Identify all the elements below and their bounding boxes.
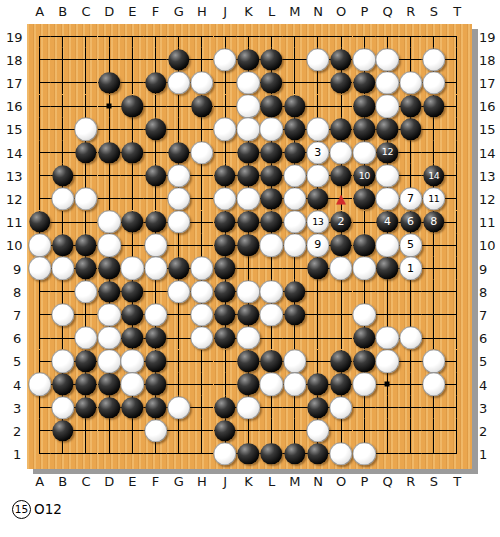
- board-cell[interactable]: [353, 396, 376, 419]
- board-cell[interactable]: [98, 442, 121, 465]
- board-cell[interactable]: [237, 234, 260, 257]
- board-cell[interactable]: [376, 48, 399, 71]
- board-cell[interactable]: ▲: [329, 187, 352, 210]
- board-cell[interactable]: [260, 280, 283, 303]
- board-cell[interactable]: [353, 280, 376, 303]
- board-cell[interactable]: [399, 118, 422, 141]
- board-cell[interactable]: [237, 396, 260, 419]
- board-cell[interactable]: [74, 211, 97, 234]
- board-cell[interactable]: [306, 95, 329, 118]
- board-cell[interactable]: [422, 118, 445, 141]
- board-cell[interactable]: [28, 396, 51, 419]
- board-cell[interactable]: [28, 71, 51, 94]
- board-cell[interactable]: [51, 419, 74, 442]
- board-cell[interactable]: [283, 71, 306, 94]
- board-cell[interactable]: [214, 71, 237, 94]
- board-cell[interactable]: [445, 141, 468, 164]
- board-cell[interactable]: [376, 257, 399, 280]
- board-cell[interactable]: [353, 211, 376, 234]
- board-cell[interactable]: [144, 303, 167, 326]
- board-cell[interactable]: [98, 95, 121, 118]
- board-cell[interactable]: [214, 396, 237, 419]
- board-cell[interactable]: [144, 25, 167, 48]
- board-cell[interactable]: [237, 141, 260, 164]
- board-cell[interactable]: [237, 419, 260, 442]
- board-cell[interactable]: [121, 373, 144, 396]
- board-cell[interactable]: [51, 118, 74, 141]
- board-cell[interactable]: [283, 141, 306, 164]
- board-cell[interactable]: [306, 326, 329, 349]
- board-cell[interactable]: [74, 141, 97, 164]
- board-cell[interactable]: [283, 25, 306, 48]
- board-cell[interactable]: [237, 280, 260, 303]
- board-cell[interactable]: [283, 350, 306, 373]
- board-cell[interactable]: 8: [422, 211, 445, 234]
- board-cell[interactable]: [306, 373, 329, 396]
- board-cell[interactable]: [353, 419, 376, 442]
- board-cell[interactable]: [283, 118, 306, 141]
- board-cell[interactable]: [422, 25, 445, 48]
- board-cell[interactable]: [260, 141, 283, 164]
- board-cell[interactable]: [98, 187, 121, 210]
- board-cell[interactable]: [260, 71, 283, 94]
- board-cell[interactable]: [353, 141, 376, 164]
- board-cell[interactable]: [144, 164, 167, 187]
- board-cell[interactable]: [144, 187, 167, 210]
- board-cell[interactable]: 4: [376, 211, 399, 234]
- board-cell[interactable]: [399, 95, 422, 118]
- board-cell[interactable]: [167, 187, 190, 210]
- board-cell[interactable]: [399, 25, 422, 48]
- board-cell[interactable]: [167, 95, 190, 118]
- board-cell[interactable]: [260, 164, 283, 187]
- board-cell[interactable]: [306, 350, 329, 373]
- board-cell[interactable]: [98, 280, 121, 303]
- board-cell[interactable]: [260, 257, 283, 280]
- board-cell[interactable]: [167, 71, 190, 94]
- board-cell[interactable]: 13: [306, 211, 329, 234]
- board-cell[interactable]: [51, 187, 74, 210]
- board-cell[interactable]: [121, 257, 144, 280]
- board-cell[interactable]: [260, 95, 283, 118]
- board-cell[interactable]: [376, 442, 399, 465]
- board-cell[interactable]: [214, 419, 237, 442]
- board-cell[interactable]: [260, 326, 283, 349]
- board-cell[interactable]: 10: [353, 164, 376, 187]
- board-cell[interactable]: [445, 234, 468, 257]
- board-cell[interactable]: [376, 25, 399, 48]
- board-cell[interactable]: [190, 211, 213, 234]
- board-cell[interactable]: [237, 350, 260, 373]
- board-cell[interactable]: [28, 234, 51, 257]
- board-cell[interactable]: [399, 71, 422, 94]
- board-cell[interactable]: [167, 164, 190, 187]
- board-cell[interactable]: [121, 419, 144, 442]
- board-cell[interactable]: [214, 326, 237, 349]
- board-cell[interactable]: [329, 326, 352, 349]
- board-cell[interactable]: [98, 25, 121, 48]
- board-cell[interactable]: [190, 442, 213, 465]
- board-cell[interactable]: [167, 141, 190, 164]
- board-cell[interactable]: 3: [306, 141, 329, 164]
- board-cell[interactable]: [399, 350, 422, 373]
- board-cell[interactable]: [167, 442, 190, 465]
- board-cell[interactable]: [144, 118, 167, 141]
- board-cell[interactable]: [144, 326, 167, 349]
- board-cell[interactable]: [283, 396, 306, 419]
- board-cell[interactable]: [190, 25, 213, 48]
- board-cell[interactable]: [422, 257, 445, 280]
- board-cell[interactable]: [237, 48, 260, 71]
- board-cell[interactable]: [237, 118, 260, 141]
- board-cell[interactable]: [98, 118, 121, 141]
- board-cell[interactable]: [74, 303, 97, 326]
- board-cell[interactable]: [376, 280, 399, 303]
- board-cell[interactable]: [422, 396, 445, 419]
- board-cell[interactable]: [144, 442, 167, 465]
- board-cell[interactable]: [329, 419, 352, 442]
- board-cell[interactable]: [422, 442, 445, 465]
- board-cell[interactable]: [74, 48, 97, 71]
- board-cell[interactable]: [445, 303, 468, 326]
- board-cell[interactable]: [445, 95, 468, 118]
- board-cell[interactable]: [399, 164, 422, 187]
- board-cell[interactable]: [98, 396, 121, 419]
- board-cell[interactable]: [144, 95, 167, 118]
- board-cell[interactable]: [28, 419, 51, 442]
- board-cell[interactable]: [28, 95, 51, 118]
- board-cell[interactable]: [306, 396, 329, 419]
- board-cell[interactable]: [28, 257, 51, 280]
- board-cell[interactable]: [51, 350, 74, 373]
- board-cell[interactable]: [329, 25, 352, 48]
- board-cell[interactable]: [74, 187, 97, 210]
- board-cell[interactable]: [376, 234, 399, 257]
- board-cell[interactable]: [399, 303, 422, 326]
- board-cell[interactable]: [353, 442, 376, 465]
- board-cell[interactable]: [167, 373, 190, 396]
- board-cell[interactable]: [98, 326, 121, 349]
- board-cell[interactable]: [353, 373, 376, 396]
- board-cell[interactable]: [306, 419, 329, 442]
- board-cell[interactable]: [422, 303, 445, 326]
- board-cell[interactable]: [376, 164, 399, 187]
- board-cell[interactable]: [237, 164, 260, 187]
- board-cell[interactable]: [353, 257, 376, 280]
- board-cell[interactable]: [167, 326, 190, 349]
- board-cell[interactable]: [28, 303, 51, 326]
- board-cell[interactable]: [51, 280, 74, 303]
- board-cell[interactable]: [190, 164, 213, 187]
- board-cell[interactable]: [445, 396, 468, 419]
- board-cell[interactable]: [306, 118, 329, 141]
- board-cell[interactable]: [376, 326, 399, 349]
- board-cell[interactable]: [353, 303, 376, 326]
- board-cell[interactable]: [376, 71, 399, 94]
- board-cell[interactable]: [121, 141, 144, 164]
- board-cell[interactable]: [214, 118, 237, 141]
- board-cell[interactable]: [306, 280, 329, 303]
- board-cell[interactable]: [329, 280, 352, 303]
- board-cell[interactable]: [74, 442, 97, 465]
- board-cell[interactable]: [74, 164, 97, 187]
- board-cell[interactable]: [306, 25, 329, 48]
- board-cell[interactable]: [121, 396, 144, 419]
- board-cell[interactable]: [329, 442, 352, 465]
- board-cell[interactable]: [144, 211, 167, 234]
- board-cell[interactable]: [121, 350, 144, 373]
- board-cell[interactable]: [376, 350, 399, 373]
- board-cell[interactable]: [144, 396, 167, 419]
- board-cell[interactable]: [214, 350, 237, 373]
- board-cell[interactable]: [399, 373, 422, 396]
- board-cell[interactable]: [422, 141, 445, 164]
- board-cell[interactable]: [306, 71, 329, 94]
- board-cell[interactable]: [260, 373, 283, 396]
- board-cell[interactable]: [167, 280, 190, 303]
- board-cell[interactable]: [121, 211, 144, 234]
- board-cell[interactable]: [329, 71, 352, 94]
- board-cell[interactable]: [237, 71, 260, 94]
- board-cell[interactable]: [167, 118, 190, 141]
- board-cell[interactable]: [353, 234, 376, 257]
- board-cell[interactable]: [237, 303, 260, 326]
- board-cell[interactable]: [306, 48, 329, 71]
- board-cell[interactable]: [74, 373, 97, 396]
- board-cell[interactable]: [260, 48, 283, 71]
- board-cell[interactable]: [167, 25, 190, 48]
- board-cell[interactable]: [422, 234, 445, 257]
- board-cell[interactable]: [445, 257, 468, 280]
- board-cell[interactable]: [167, 48, 190, 71]
- board-cell[interactable]: [237, 257, 260, 280]
- board-cell[interactable]: [51, 164, 74, 187]
- board-cell[interactable]: [74, 71, 97, 94]
- board-cell[interactable]: [376, 118, 399, 141]
- board-cell[interactable]: [167, 234, 190, 257]
- board-cell[interactable]: [399, 326, 422, 349]
- board-cell[interactable]: [214, 48, 237, 71]
- board-cell[interactable]: 14: [422, 164, 445, 187]
- board-cell[interactable]: [283, 280, 306, 303]
- board-cell[interactable]: [51, 234, 74, 257]
- board-cell[interactable]: 1: [399, 257, 422, 280]
- board-cell[interactable]: [399, 280, 422, 303]
- board-cell[interactable]: [121, 71, 144, 94]
- board-cell[interactable]: 7: [399, 187, 422, 210]
- board-cell[interactable]: [422, 71, 445, 94]
- board-cell[interactable]: [74, 350, 97, 373]
- board-cell[interactable]: [51, 95, 74, 118]
- board-cell[interactable]: [98, 234, 121, 257]
- board-cell[interactable]: [329, 303, 352, 326]
- board-cell[interactable]: [445, 48, 468, 71]
- board-cell[interactable]: [144, 48, 167, 71]
- board-cell[interactable]: [306, 303, 329, 326]
- board-cell[interactable]: [329, 234, 352, 257]
- board-cell[interactable]: [399, 48, 422, 71]
- board-cell[interactable]: [399, 396, 422, 419]
- board-cell[interactable]: [121, 25, 144, 48]
- board-cell[interactable]: [214, 280, 237, 303]
- board-cell[interactable]: [28, 442, 51, 465]
- board-cell[interactable]: [445, 419, 468, 442]
- board-cell[interactable]: [28, 373, 51, 396]
- board-cell[interactable]: [399, 442, 422, 465]
- board-cell[interactable]: [74, 419, 97, 442]
- board-cell[interactable]: [329, 118, 352, 141]
- board-cell[interactable]: [283, 373, 306, 396]
- board-cell[interactable]: [214, 95, 237, 118]
- board-cell[interactable]: [260, 118, 283, 141]
- board-cell[interactable]: [214, 141, 237, 164]
- board-cell[interactable]: [329, 95, 352, 118]
- board-cell[interactable]: [74, 25, 97, 48]
- board-cell[interactable]: [445, 71, 468, 94]
- board-cell[interactable]: [51, 303, 74, 326]
- board-cell[interactable]: 12: [376, 141, 399, 164]
- board-cell[interactable]: [445, 373, 468, 396]
- board-cell[interactable]: [144, 71, 167, 94]
- board-cell[interactable]: [422, 350, 445, 373]
- board-cell[interactable]: [190, 303, 213, 326]
- board-cell[interactable]: [190, 71, 213, 94]
- board-cell[interactable]: [121, 303, 144, 326]
- board-cell[interactable]: [260, 442, 283, 465]
- board-cell[interactable]: [144, 234, 167, 257]
- board-cell[interactable]: [190, 48, 213, 71]
- board-cell[interactable]: [98, 164, 121, 187]
- board-cell[interactable]: [167, 303, 190, 326]
- board-cell[interactable]: [283, 211, 306, 234]
- board-cell[interactable]: [283, 442, 306, 465]
- board-cell[interactable]: [329, 164, 352, 187]
- board-cell[interactable]: [28, 141, 51, 164]
- board-cell[interactable]: [98, 350, 121, 373]
- board-cell[interactable]: [329, 141, 352, 164]
- board-cell[interactable]: [306, 164, 329, 187]
- board-cell[interactable]: [376, 187, 399, 210]
- board-cell[interactable]: [121, 234, 144, 257]
- board-cell[interactable]: [445, 211, 468, 234]
- board-cell[interactable]: [121, 280, 144, 303]
- board-cell[interactable]: [329, 350, 352, 373]
- board-cell[interactable]: [376, 95, 399, 118]
- board-cell[interactable]: [74, 396, 97, 419]
- board-cell[interactable]: [74, 326, 97, 349]
- board-cell[interactable]: [51, 48, 74, 71]
- board-cell[interactable]: [260, 396, 283, 419]
- board-cell[interactable]: [144, 350, 167, 373]
- board-cell[interactable]: [121, 48, 144, 71]
- board-cell[interactable]: [445, 350, 468, 373]
- board-cell[interactable]: [214, 373, 237, 396]
- board-cell[interactable]: [237, 95, 260, 118]
- board-cell[interactable]: [329, 373, 352, 396]
- board-cell[interactable]: [214, 234, 237, 257]
- board-cell[interactable]: [283, 326, 306, 349]
- board-cell[interactable]: [121, 164, 144, 187]
- board-cell[interactable]: [422, 280, 445, 303]
- board-cell[interactable]: [214, 442, 237, 465]
- board-cell[interactable]: [283, 164, 306, 187]
- board-cell[interactable]: [28, 187, 51, 210]
- board-cell[interactable]: [214, 25, 237, 48]
- board-cell[interactable]: [283, 234, 306, 257]
- board-cell[interactable]: [74, 118, 97, 141]
- board-cell[interactable]: [167, 211, 190, 234]
- board-cell[interactable]: [28, 48, 51, 71]
- board-cell[interactable]: [237, 326, 260, 349]
- board-cell[interactable]: [376, 396, 399, 419]
- board-cell[interactable]: [376, 419, 399, 442]
- board-cell[interactable]: [329, 396, 352, 419]
- board-cell[interactable]: [237, 211, 260, 234]
- board-cell[interactable]: [190, 234, 213, 257]
- board-cell[interactable]: [121, 326, 144, 349]
- board-cell[interactable]: [167, 257, 190, 280]
- board-cell[interactable]: [121, 95, 144, 118]
- board-cell[interactable]: [121, 187, 144, 210]
- board-cell[interactable]: [98, 71, 121, 94]
- board-cell[interactable]: [237, 25, 260, 48]
- board-cell[interactable]: [98, 419, 121, 442]
- board-cell[interactable]: [190, 396, 213, 419]
- board-cell[interactable]: [353, 95, 376, 118]
- board-cell[interactable]: [74, 280, 97, 303]
- board-cell[interactable]: [98, 48, 121, 71]
- board-cell[interactable]: [167, 396, 190, 419]
- board-cell[interactable]: [306, 442, 329, 465]
- board-cell[interactable]: [445, 164, 468, 187]
- board-cell[interactable]: [121, 118, 144, 141]
- board-cell[interactable]: [260, 303, 283, 326]
- board-cell[interactable]: [353, 350, 376, 373]
- board-cell[interactable]: [190, 141, 213, 164]
- board-cell[interactable]: [51, 141, 74, 164]
- board-cell[interactable]: [51, 396, 74, 419]
- board-cell[interactable]: [28, 211, 51, 234]
- board-cell[interactable]: [353, 48, 376, 71]
- board-cell[interactable]: [283, 419, 306, 442]
- board-cell[interactable]: [51, 326, 74, 349]
- board-cell[interactable]: [260, 211, 283, 234]
- board-cell[interactable]: [376, 373, 399, 396]
- board-cell[interactable]: [376, 303, 399, 326]
- board-cell[interactable]: [329, 257, 352, 280]
- board-cell[interactable]: [190, 350, 213, 373]
- board-cell[interactable]: [98, 257, 121, 280]
- board-cell[interactable]: [214, 164, 237, 187]
- board-cell[interactable]: [28, 118, 51, 141]
- board-cell[interactable]: [214, 211, 237, 234]
- board-cell[interactable]: [283, 257, 306, 280]
- board-cell[interactable]: [422, 326, 445, 349]
- board-cell[interactable]: [51, 442, 74, 465]
- board-cell[interactable]: 5: [399, 234, 422, 257]
- board-cell[interactable]: [98, 303, 121, 326]
- board-cell[interactable]: [98, 141, 121, 164]
- board-cell[interactable]: [399, 419, 422, 442]
- board-cell[interactable]: [422, 419, 445, 442]
- board-cell[interactable]: [144, 141, 167, 164]
- board-cell[interactable]: [74, 95, 97, 118]
- board-cell[interactable]: [190, 95, 213, 118]
- board-cell[interactable]: [28, 280, 51, 303]
- board-cell[interactable]: [51, 211, 74, 234]
- board-cell[interactable]: [74, 257, 97, 280]
- board-cell[interactable]: [260, 234, 283, 257]
